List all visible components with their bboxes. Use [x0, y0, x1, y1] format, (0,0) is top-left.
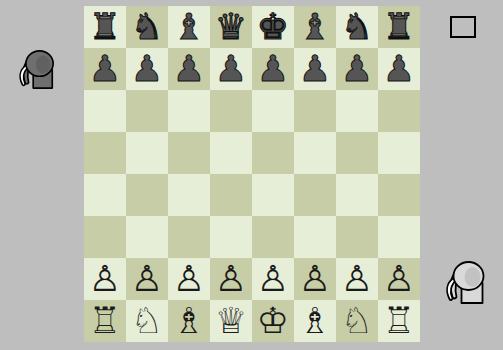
piece-white-pawn: ♙ — [378, 258, 420, 300]
chess-board[interactable]: ♜♞♝♛♚♝♞♜♟♟♟♟♟♟♟♟♙♙♙♙♙♙♙♙♖♘♗♕♔♗♘♖ — [84, 6, 420, 342]
square-d6[interactable] — [210, 90, 252, 132]
square-c2[interactable]: ♙ — [168, 258, 210, 300]
square-e2[interactable]: ♙ — [252, 258, 294, 300]
piece-black-bishop: ♝ — [168, 6, 210, 48]
square-h2[interactable]: ♙ — [378, 258, 420, 300]
square-f3[interactable] — [294, 216, 336, 258]
square-g5[interactable] — [336, 132, 378, 174]
square-f5[interactable] — [294, 132, 336, 174]
piece-black-bishop: ♝ — [294, 6, 336, 48]
piece-white-pawn: ♙ — [168, 258, 210, 300]
square-h7[interactable]: ♟ — [378, 48, 420, 90]
piece-black-pawn: ♟ — [210, 48, 252, 90]
square-d2[interactable]: ♙ — [210, 258, 252, 300]
square-a1[interactable]: ♖ — [84, 300, 126, 342]
square-d4[interactable] — [210, 174, 252, 216]
piece-black-pawn: ♟ — [168, 48, 210, 90]
square-d8[interactable]: ♛ — [210, 6, 252, 48]
chess-app-window: ♜♞♝♛♚♝♞♜♟♟♟♟♟♟♟♟♙♙♙♙♙♙♙♙♖♘♗♕♔♗♘♖ — [0, 0, 503, 350]
square-a6[interactable] — [84, 90, 126, 132]
piece-white-pawn: ♙ — [126, 258, 168, 300]
square-c1[interactable]: ♗ — [168, 300, 210, 342]
square-e3[interactable] — [252, 216, 294, 258]
square-f1[interactable]: ♗ — [294, 300, 336, 342]
square-f7[interactable]: ♟ — [294, 48, 336, 90]
square-g2[interactable]: ♙ — [336, 258, 378, 300]
piece-black-pawn: ♟ — [84, 48, 126, 90]
square-h8[interactable]: ♜ — [378, 6, 420, 48]
square-d3[interactable] — [210, 216, 252, 258]
piece-white-bishop: ♗ — [168, 300, 210, 342]
piece-black-king: ♚ — [252, 6, 294, 48]
square-c4[interactable] — [168, 174, 210, 216]
square-a7[interactable]: ♟ — [84, 48, 126, 90]
square-b8[interactable]: ♞ — [126, 6, 168, 48]
piece-white-rook: ♖ — [378, 300, 420, 342]
square-b7[interactable]: ♟ — [126, 48, 168, 90]
square-h6[interactable] — [378, 90, 420, 132]
square-b6[interactable] — [126, 90, 168, 132]
piece-white-pawn: ♙ — [84, 258, 126, 300]
square-e1[interactable]: ♔ — [252, 300, 294, 342]
square-c6[interactable] — [168, 90, 210, 132]
piece-white-pawn: ♙ — [294, 258, 336, 300]
square-e7[interactable]: ♟ — [252, 48, 294, 90]
square-b2[interactable]: ♙ — [126, 258, 168, 300]
piece-white-pawn: ♙ — [252, 258, 294, 300]
square-e5[interactable] — [252, 132, 294, 174]
elephant-icon — [441, 259, 486, 305]
piece-white-knight: ♘ — [336, 300, 378, 342]
square-b4[interactable] — [126, 174, 168, 216]
piece-white-king: ♔ — [252, 300, 294, 342]
square-h4[interactable] — [378, 174, 420, 216]
square-g4[interactable] — [336, 174, 378, 216]
piece-white-knight: ♘ — [126, 300, 168, 342]
square-d1[interactable]: ♕ — [210, 300, 252, 342]
piece-white-rook: ♖ — [84, 300, 126, 342]
empty-status-box — [450, 16, 476, 38]
piece-white-queen: ♕ — [210, 300, 252, 342]
square-g7[interactable]: ♟ — [336, 48, 378, 90]
piece-black-rook: ♜ — [84, 6, 126, 48]
square-c8[interactable]: ♝ — [168, 6, 210, 48]
square-h3[interactable] — [378, 216, 420, 258]
square-e6[interactable] — [252, 90, 294, 132]
piece-black-queen: ♛ — [210, 6, 252, 48]
square-f8[interactable]: ♝ — [294, 6, 336, 48]
square-e8[interactable]: ♚ — [252, 6, 294, 48]
square-f4[interactable] — [294, 174, 336, 216]
square-c5[interactable] — [168, 132, 210, 174]
square-a3[interactable] — [84, 216, 126, 258]
elephant-icon — [15, 47, 55, 91]
square-a8[interactable]: ♜ — [84, 6, 126, 48]
piece-black-rook: ♜ — [378, 6, 420, 48]
square-d5[interactable] — [210, 132, 252, 174]
white-player-elephant-icon — [441, 259, 486, 305]
square-g6[interactable] — [336, 90, 378, 132]
square-f2[interactable]: ♙ — [294, 258, 336, 300]
square-a5[interactable] — [84, 132, 126, 174]
square-f6[interactable] — [294, 90, 336, 132]
square-a4[interactable] — [84, 174, 126, 216]
black-player-elephant-icon — [15, 47, 55, 91]
piece-black-knight: ♞ — [336, 6, 378, 48]
square-e4[interactable] — [252, 174, 294, 216]
piece-black-pawn: ♟ — [126, 48, 168, 90]
piece-black-pawn: ♟ — [336, 48, 378, 90]
square-h5[interactable] — [378, 132, 420, 174]
square-b3[interactable] — [126, 216, 168, 258]
piece-white-pawn: ♙ — [336, 258, 378, 300]
square-g3[interactable] — [336, 216, 378, 258]
piece-white-bishop: ♗ — [294, 300, 336, 342]
square-g8[interactable]: ♞ — [336, 6, 378, 48]
square-b1[interactable]: ♘ — [126, 300, 168, 342]
piece-black-knight: ♞ — [126, 6, 168, 48]
square-b5[interactable] — [126, 132, 168, 174]
piece-white-pawn: ♙ — [210, 258, 252, 300]
piece-black-pawn: ♟ — [294, 48, 336, 90]
piece-black-pawn: ♟ — [252, 48, 294, 90]
square-d7[interactable]: ♟ — [210, 48, 252, 90]
square-g1[interactable]: ♘ — [336, 300, 378, 342]
square-h1[interactable]: ♖ — [378, 300, 420, 342]
square-c7[interactable]: ♟ — [168, 48, 210, 90]
piece-black-pawn: ♟ — [378, 48, 420, 90]
square-c3[interactable] — [168, 216, 210, 258]
square-a2[interactable]: ♙ — [84, 258, 126, 300]
